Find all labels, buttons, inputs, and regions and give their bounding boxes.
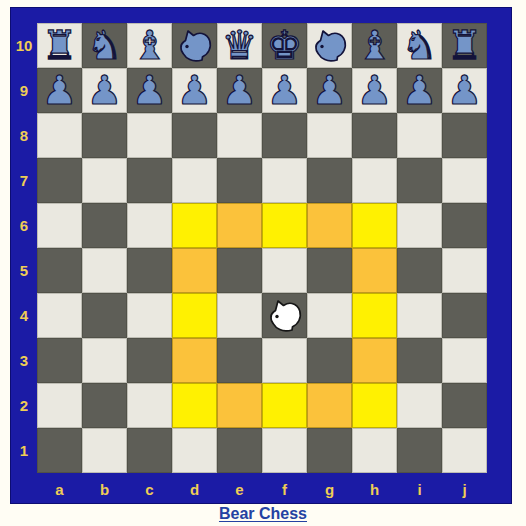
rank-label-9: 9 [11, 68, 37, 113]
square-f4[interactable] [262, 293, 307, 338]
square-j8[interactable] [442, 113, 487, 158]
square-b5[interactable] [82, 248, 127, 293]
rank-label-7: 7 [11, 158, 37, 203]
square-i2[interactable] [397, 383, 442, 428]
file-label-h: h [352, 473, 397, 505]
square-h9[interactable]: ♟ [352, 68, 397, 113]
black-king-piece: ♚ [267, 23, 303, 68]
black-pawn-piece: ♟ [312, 68, 348, 113]
file-label-i: i [397, 473, 442, 505]
square-f3[interactable] [262, 338, 307, 383]
square-f1[interactable] [262, 428, 307, 473]
square-e5[interactable] [217, 248, 262, 293]
square-e6[interactable] [217, 203, 262, 248]
file-label-d: d [172, 473, 217, 505]
square-a1[interactable] [37, 428, 82, 473]
black-pawn-piece: ♟ [132, 68, 168, 113]
board-frame: 10987654321 ♜♞♝♛♚♝♞♜♟♟♟♟♟♟♟♟♟♟ abcdefghi… [10, 7, 512, 504]
square-b6[interactable] [82, 203, 127, 248]
square-e2[interactable] [217, 383, 262, 428]
square-h8[interactable] [352, 113, 397, 158]
square-d3[interactable] [172, 338, 217, 383]
white-bear-piece [265, 296, 305, 336]
black-bishop-piece: ♝ [132, 23, 168, 68]
file-label-b: b [82, 473, 127, 505]
square-h10[interactable]: ♝ [352, 23, 397, 68]
black-knight-piece: ♞ [87, 23, 123, 68]
black-rook-piece: ♜ [447, 23, 483, 68]
square-a9[interactable]: ♟ [37, 68, 82, 113]
square-j10[interactable]: ♜ [442, 23, 487, 68]
square-a2[interactable] [37, 383, 82, 428]
square-c6[interactable] [127, 203, 172, 248]
square-b4[interactable] [82, 293, 127, 338]
rank-label-10: 10 [11, 23, 37, 68]
square-e10[interactable]: ♛ [217, 23, 262, 68]
square-h2[interactable] [352, 383, 397, 428]
file-label-a: a [37, 473, 82, 505]
square-d9[interactable]: ♟ [172, 68, 217, 113]
square-h1[interactable] [352, 428, 397, 473]
black-pawn-piece: ♟ [177, 68, 213, 113]
square-c3[interactable] [127, 338, 172, 383]
rank-label-8: 8 [11, 113, 37, 158]
black-bear-piece [175, 26, 215, 66]
square-j6[interactable] [442, 203, 487, 248]
rank-label-4: 4 [11, 293, 37, 338]
square-i6[interactable] [397, 203, 442, 248]
caption: Bear Chess [0, 505, 526, 523]
square-g6[interactable] [307, 203, 352, 248]
square-d10[interactable] [172, 23, 217, 68]
square-i5[interactable] [397, 248, 442, 293]
square-e1[interactable] [217, 428, 262, 473]
square-f5[interactable] [262, 248, 307, 293]
rank-label-1: 1 [11, 428, 37, 473]
square-a8[interactable] [37, 113, 82, 158]
square-h6[interactable] [352, 203, 397, 248]
black-bishop-piece: ♝ [357, 23, 393, 68]
black-knight-piece: ♞ [402, 23, 438, 68]
square-a6[interactable] [37, 203, 82, 248]
square-b7[interactable] [82, 158, 127, 203]
square-i4[interactable] [397, 293, 442, 338]
square-i8[interactable] [397, 113, 442, 158]
square-a10[interactable]: ♜ [37, 23, 82, 68]
square-c1[interactable] [127, 428, 172, 473]
black-pawn-piece: ♟ [402, 68, 438, 113]
rank-labels: 10987654321 [11, 23, 37, 473]
square-c5[interactable] [127, 248, 172, 293]
square-d6[interactable] [172, 203, 217, 248]
square-g3[interactable] [307, 338, 352, 383]
square-i1[interactable] [397, 428, 442, 473]
file-label-c: c [127, 473, 172, 505]
square-d8[interactable] [172, 113, 217, 158]
square-d1[interactable] [172, 428, 217, 473]
square-i7[interactable] [397, 158, 442, 203]
black-queen-piece: ♛ [222, 23, 258, 68]
square-f2[interactable] [262, 383, 307, 428]
square-b9[interactable]: ♟ [82, 68, 127, 113]
black-pawn-piece: ♟ [267, 68, 303, 113]
square-f8[interactable] [262, 113, 307, 158]
square-d5[interactable] [172, 248, 217, 293]
square-i3[interactable] [397, 338, 442, 383]
file-label-g: g [307, 473, 352, 505]
square-b8[interactable] [82, 113, 127, 158]
square-g10[interactable] [307, 23, 352, 68]
square-a4[interactable] [37, 293, 82, 338]
black-pawn-piece: ♟ [357, 68, 393, 113]
square-g2[interactable] [307, 383, 352, 428]
black-pawn-piece: ♟ [447, 68, 483, 113]
black-pawn-piece: ♟ [222, 68, 258, 113]
square-f9[interactable]: ♟ [262, 68, 307, 113]
square-e4[interactable] [217, 293, 262, 338]
square-e9[interactable]: ♟ [217, 68, 262, 113]
square-g5[interactable] [307, 248, 352, 293]
square-i9[interactable]: ♟ [397, 68, 442, 113]
square-j2[interactable] [442, 383, 487, 428]
square-f7[interactable] [262, 158, 307, 203]
square-h5[interactable] [352, 248, 397, 293]
square-b10[interactable]: ♞ [82, 23, 127, 68]
square-h3[interactable] [352, 338, 397, 383]
square-g7[interactable] [307, 158, 352, 203]
square-c8[interactable] [127, 113, 172, 158]
square-e8[interactable] [217, 113, 262, 158]
square-a5[interactable] [37, 248, 82, 293]
square-e3[interactable] [217, 338, 262, 383]
square-h4[interactable] [352, 293, 397, 338]
square-j5[interactable] [442, 248, 487, 293]
rank-label-3: 3 [11, 338, 37, 383]
file-label-f: f [262, 473, 307, 505]
square-j1[interactable] [442, 428, 487, 473]
square-e7[interactable] [217, 158, 262, 203]
black-pawn-piece: ♟ [87, 68, 123, 113]
square-c4[interactable] [127, 293, 172, 338]
rank-label-6: 6 [11, 203, 37, 248]
square-g8[interactable] [307, 113, 352, 158]
black-rook-piece: ♜ [42, 23, 78, 68]
square-b2[interactable] [82, 383, 127, 428]
square-g4[interactable] [307, 293, 352, 338]
file-labels: abcdefghij [37, 473, 487, 505]
square-d2[interactable] [172, 383, 217, 428]
square-g9[interactable]: ♟ [307, 68, 352, 113]
file-label-j: j [442, 473, 487, 505]
square-j7[interactable] [442, 158, 487, 203]
rank-label-5: 5 [11, 248, 37, 293]
square-c10[interactable]: ♝ [127, 23, 172, 68]
square-c7[interactable] [127, 158, 172, 203]
square-j4[interactable] [442, 293, 487, 338]
square-b3[interactable] [82, 338, 127, 383]
square-h7[interactable] [352, 158, 397, 203]
black-bear-piece [310, 26, 350, 66]
square-a3[interactable] [37, 338, 82, 383]
square-c2[interactable] [127, 383, 172, 428]
black-pawn-piece: ♟ [42, 68, 78, 113]
square-d4[interactable] [172, 293, 217, 338]
square-j9[interactable]: ♟ [442, 68, 487, 113]
square-a7[interactable] [37, 158, 82, 203]
square-g1[interactable] [307, 428, 352, 473]
square-f6[interactable] [262, 203, 307, 248]
chess-board: ♜♞♝♛♚♝♞♜♟♟♟♟♟♟♟♟♟♟ [37, 23, 487, 473]
bear-chess-link[interactable]: Bear Chess [219, 505, 307, 522]
square-d7[interactable] [172, 158, 217, 203]
square-b1[interactable] [82, 428, 127, 473]
file-label-e: e [217, 473, 262, 505]
rank-label-2: 2 [11, 383, 37, 428]
square-i10[interactable]: ♞ [397, 23, 442, 68]
square-f10[interactable]: ♚ [262, 23, 307, 68]
square-j3[interactable] [442, 338, 487, 383]
square-c9[interactable]: ♟ [127, 68, 172, 113]
